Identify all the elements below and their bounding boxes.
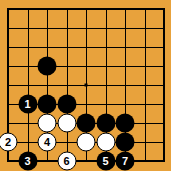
stone-black (38, 95, 57, 114)
stone-white (77, 133, 96, 152)
stone-label: 3 (24, 156, 30, 167)
stone-label: 5 (102, 156, 108, 167)
go-board[interactable]: 1243657 (8, 9, 164, 161)
stone-black (57, 95, 76, 114)
stone-black (116, 133, 135, 152)
stone-label: 7 (122, 156, 128, 167)
stone-black-7: 7 (116, 152, 135, 171)
stone-label: 4 (44, 137, 50, 148)
stone-black (116, 114, 135, 133)
stone-black (38, 57, 57, 76)
stone-black (77, 114, 96, 133)
stone-black-5: 5 (96, 152, 115, 171)
star-point (85, 84, 88, 87)
stone-black (96, 114, 115, 133)
stone-label: 2 (5, 137, 11, 148)
stone-label: 6 (63, 156, 69, 167)
stone-white-4: 4 (38, 133, 57, 152)
stone-black-1: 1 (18, 95, 37, 114)
stone-white (38, 114, 57, 133)
stone-label: 1 (24, 99, 30, 110)
stone-white-6: 6 (57, 152, 76, 171)
stone-white (96, 133, 115, 152)
grid-line-vertical (145, 9, 146, 161)
stone-white-2: 2 (0, 133, 18, 152)
stone-black-3: 3 (18, 152, 37, 171)
stone-white (57, 114, 76, 133)
